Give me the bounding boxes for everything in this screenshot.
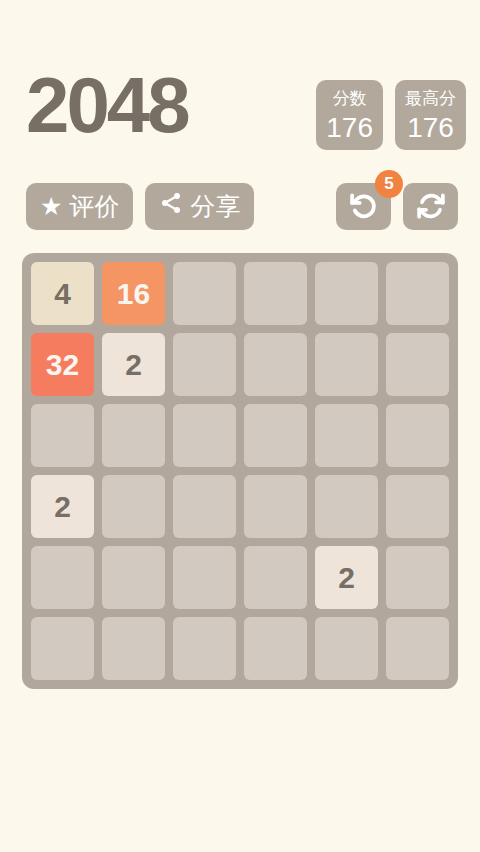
empty-cell: [173, 333, 236, 396]
empty-cell: [102, 617, 165, 680]
empty-cell: [315, 617, 378, 680]
empty-cell: [386, 333, 449, 396]
empty-cell: [386, 546, 449, 609]
share-icon: [159, 190, 183, 222]
empty-cell: [31, 617, 94, 680]
share-button[interactable]: 分享: [145, 183, 254, 230]
board[interactable]: 41632222: [22, 253, 458, 689]
tile-2: 2: [31, 475, 94, 538]
empty-cell: [315, 404, 378, 467]
game-title: 2048: [26, 66, 188, 144]
empty-cell: [386, 475, 449, 538]
undo-count-badge: 5: [375, 170, 403, 198]
empty-cell: [173, 262, 236, 325]
rotate-ccw-icon: [349, 191, 379, 221]
empty-cell: [244, 617, 307, 680]
empty-cell: [244, 475, 307, 538]
score-box: 分数 176: [316, 80, 383, 150]
refresh-icon: [416, 191, 446, 221]
best-score-value: 176: [407, 114, 454, 142]
score-panel: 分数 176 最高分 176: [316, 80, 466, 150]
empty-cell: [173, 475, 236, 538]
empty-cell: [386, 404, 449, 467]
empty-cell: [315, 475, 378, 538]
restart-button[interactable]: [403, 183, 458, 230]
game-screen: 2048 分数 176 最高分 176 ★ 评价: [0, 0, 480, 852]
empty-cell: [315, 333, 378, 396]
empty-cell: [173, 617, 236, 680]
tile-4: 4: [31, 262, 94, 325]
empty-cell: [244, 262, 307, 325]
empty-cell: [386, 262, 449, 325]
tile-32: 32: [31, 333, 94, 396]
empty-cell: [102, 546, 165, 609]
share-button-label: 分享: [190, 190, 240, 223]
empty-cell: [102, 475, 165, 538]
tile-16: 16: [102, 262, 165, 325]
empty-cell: [102, 404, 165, 467]
rate-button-label: 评价: [69, 190, 119, 223]
empty-cell: [173, 404, 236, 467]
undo-button[interactable]: 5: [336, 183, 391, 230]
rate-button[interactable]: ★ 评价: [26, 183, 133, 230]
score-value: 176: [326, 114, 373, 142]
star-icon: ★: [40, 194, 62, 219]
tile-2: 2: [315, 546, 378, 609]
empty-cell: [244, 333, 307, 396]
toolbar: ★ 评价 分享 5: [26, 182, 458, 230]
empty-cell: [173, 546, 236, 609]
empty-cell: [31, 546, 94, 609]
score-label: 分数: [333, 90, 367, 107]
empty-cell: [31, 404, 94, 467]
tile-2: 2: [102, 333, 165, 396]
empty-cell: [386, 617, 449, 680]
empty-cell: [244, 404, 307, 467]
empty-cell: [244, 546, 307, 609]
empty-cell: [315, 262, 378, 325]
best-score-box: 最高分 176: [395, 80, 466, 150]
best-score-label: 最高分: [405, 90, 456, 107]
